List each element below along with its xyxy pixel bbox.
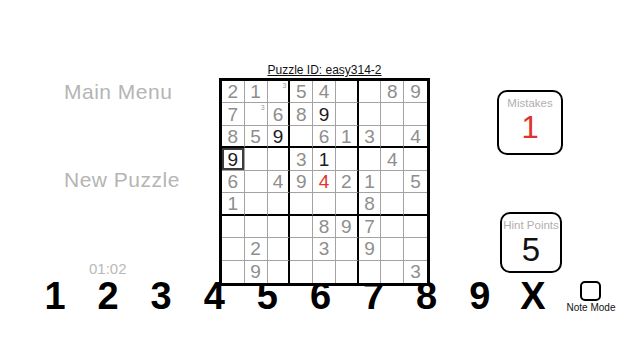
sudoku-cell-r1c4[interactable]: 5 xyxy=(290,81,313,103)
cell-digit: 9 xyxy=(250,262,261,281)
note-mode-label: Note Mode xyxy=(563,302,619,313)
cell-digit: 8 xyxy=(319,217,330,236)
cell-digit: 3 xyxy=(319,239,330,258)
erase-key[interactable]: X xyxy=(508,278,558,314)
sudoku-cell-r1c3[interactable]: 3 xyxy=(268,81,291,103)
sudoku-cell-r6c2[interactable] xyxy=(245,193,268,215)
sudoku-cell-r4c1[interactable]: 9 xyxy=(222,148,245,170)
sudoku-cell-r8c1[interactable] xyxy=(222,238,245,260)
sudoku-cell-r3c9[interactable]: 4 xyxy=(404,126,427,148)
sudoku-cell-r8c3[interactable] xyxy=(268,238,291,260)
cell-digit: 8 xyxy=(387,82,398,101)
sudoku-cell-r4c8[interactable]: 4 xyxy=(381,148,404,170)
sudoku-cell-r5c7[interactable]: 1 xyxy=(359,171,382,193)
sudoku-cell-r5c5[interactable]: 4 xyxy=(313,171,336,193)
sudoku-cell-r1c2[interactable]: 1 xyxy=(245,81,268,103)
sudoku-cell-r5c8[interactable] xyxy=(381,171,404,193)
sudoku-cell-r9c7[interactable] xyxy=(359,261,382,283)
cell-digit: 7 xyxy=(364,217,375,236)
sudoku-cell-r3c4[interactable] xyxy=(290,126,313,148)
sudoku-cell-r2c9[interactable] xyxy=(404,103,427,125)
sudoku-cell-r1c1[interactable]: 2 xyxy=(222,81,245,103)
sudoku-cell-r6c4[interactable] xyxy=(290,193,313,215)
cell-digit: 3 xyxy=(364,127,375,146)
cell-digit: 4 xyxy=(319,82,330,101)
sudoku-cell-r5c6[interactable]: 2 xyxy=(336,171,359,193)
cell-digit: 5 xyxy=(410,172,421,191)
digit-key-9[interactable]: 9 xyxy=(455,278,505,314)
sudoku-cell-r9c8[interactable] xyxy=(381,261,404,283)
sudoku-cell-r7c3[interactable] xyxy=(268,216,291,238)
sudoku-cell-r3c3[interactable]: 9 xyxy=(268,126,291,148)
sudoku-cell-r3c2[interactable]: 5 xyxy=(245,126,268,148)
cell-digit: 9 xyxy=(341,217,352,236)
cell-digit: 8 xyxy=(228,127,239,146)
sudoku-grid: 2135489736898596134931464942151889723993 xyxy=(219,78,430,286)
sudoku-cell-r1c7[interactable] xyxy=(359,81,382,103)
puzzle-id-label: Puzzle ID: easy314-2 xyxy=(219,63,430,77)
sudoku-cell-r8c5[interactable]: 3 xyxy=(313,238,336,260)
cell-digit: 7 xyxy=(228,105,239,124)
sudoku-cell-r5c4[interactable]: 9 xyxy=(290,171,313,193)
sudoku-cell-r7c4[interactable] xyxy=(290,216,313,238)
sudoku-cell-r4c4[interactable]: 3 xyxy=(290,148,313,170)
cell-digit: 2 xyxy=(228,82,239,101)
sudoku-cell-r3c7[interactable]: 3 xyxy=(359,126,382,148)
cell-digit: 6 xyxy=(319,127,330,146)
sudoku-cell-r2c6[interactable] xyxy=(336,103,359,125)
cell-digit: 3 xyxy=(410,262,421,281)
digit-key-3[interactable]: 3 xyxy=(136,278,186,314)
sudoku-cell-r9c2[interactable]: 9 xyxy=(245,261,268,283)
cell-digit: 6 xyxy=(273,105,284,124)
sudoku-cell-r7c8[interactable] xyxy=(381,216,404,238)
cell-digit: 1 xyxy=(341,127,352,146)
sudoku-cell-r6c8[interactable] xyxy=(381,193,404,215)
sudoku-cell-r9c6[interactable] xyxy=(336,261,359,283)
sudoku-cell-r3c6[interactable]: 1 xyxy=(336,126,359,148)
sudoku-cell-r9c1[interactable] xyxy=(222,261,245,283)
sudoku-cell-r1c5[interactable]: 4 xyxy=(313,81,336,103)
sudoku-cell-r2c4[interactable]: 8 xyxy=(290,103,313,125)
mistakes-label: Mistakes xyxy=(499,97,561,109)
hint-points-button[interactable]: Hint Points 5 xyxy=(500,212,562,273)
sudoku-cell-r5c3[interactable]: 4 xyxy=(268,171,291,193)
sudoku-cell-r6c9[interactable] xyxy=(404,193,427,215)
new-puzzle-button[interactable]: New Puzzle xyxy=(64,168,180,192)
sudoku-cell-r9c3[interactable] xyxy=(268,261,291,283)
hint-points-value: 5 xyxy=(502,231,560,269)
cell-digit: 8 xyxy=(296,105,307,124)
sudoku-cell-r5c1[interactable]: 6 xyxy=(222,171,245,193)
sudoku-cell-r8c2[interactable]: 2 xyxy=(245,238,268,260)
sudoku-cell-r4c3[interactable] xyxy=(268,148,291,170)
digit-key-2[interactable]: 2 xyxy=(83,278,133,314)
sudoku-cell-r4c5[interactable]: 1 xyxy=(313,148,336,170)
mistakes-value: 1 xyxy=(499,110,561,146)
sudoku-cell-r9c4[interactable] xyxy=(290,261,313,283)
cell-digit: 9 xyxy=(319,105,330,124)
sudoku-cell-r6c1[interactable]: 1 xyxy=(222,193,245,215)
cell-digit: 1 xyxy=(250,82,261,101)
sudoku-cell-r9c5[interactable] xyxy=(313,261,336,283)
sudoku-app: Main Menu New Puzzle 01:02 Puzzle ID: ea… xyxy=(0,0,643,362)
sudoku-cell-r2c5[interactable]: 9 xyxy=(313,103,336,125)
sudoku-cell-r4c6[interactable] xyxy=(336,148,359,170)
cell-digit: 1 xyxy=(364,172,375,191)
hint-points-label: Hint Points xyxy=(502,219,560,231)
cell-digit: 4 xyxy=(319,172,330,191)
cell-digit: 5 xyxy=(296,82,307,101)
cell-digit: 9 xyxy=(296,172,307,191)
sudoku-cell-r7c1[interactable] xyxy=(222,216,245,238)
sudoku-cell-r6c5[interactable] xyxy=(313,193,336,215)
sudoku-cell-r5c9[interactable]: 5 xyxy=(404,171,427,193)
sudoku-cell-r1c6[interactable] xyxy=(336,81,359,103)
main-menu-button[interactable]: Main Menu xyxy=(64,80,172,104)
sudoku-cell-r8c6[interactable] xyxy=(336,238,359,260)
cell-digit: 6 xyxy=(228,172,239,191)
sudoku-cell-r2c2[interactable]: 3 xyxy=(245,103,268,125)
cell-digit: 2 xyxy=(341,172,352,191)
sudoku-cell-r7c7[interactable]: 7 xyxy=(359,216,382,238)
sudoku-cell-r4c9[interactable] xyxy=(404,148,427,170)
sudoku-cell-r7c9[interactable] xyxy=(404,216,427,238)
cell-digit: 4 xyxy=(273,172,284,191)
sudoku-cell-r9c9[interactable]: 3 xyxy=(404,261,427,283)
sudoku-cell-r8c4[interactable] xyxy=(290,238,313,260)
sudoku-cell-r3c5[interactable]: 6 xyxy=(313,126,336,148)
sudoku-cell-r4c7[interactable] xyxy=(359,148,382,170)
cell-digit: 4 xyxy=(410,127,421,146)
sudoku-cell-r7c5[interactable]: 8 xyxy=(313,216,336,238)
sudoku-cell-r7c6[interactable]: 9 xyxy=(336,216,359,238)
cell-digit: 5 xyxy=(250,127,261,146)
digit-key-1[interactable]: 1 xyxy=(30,278,80,314)
sudoku-cell-r6c7[interactable]: 8 xyxy=(359,193,382,215)
cell-digit: 8 xyxy=(364,194,375,213)
sudoku-cell-r6c3[interactable] xyxy=(268,193,291,215)
sudoku-cell-r2c1[interactable]: 7 xyxy=(222,103,245,125)
cell-digit: 1 xyxy=(319,150,330,169)
cell-digit: 9 xyxy=(364,239,375,258)
sudoku-cell-r3c8[interactable] xyxy=(381,126,404,148)
sudoku-cell-r2c3[interactable]: 6 xyxy=(268,103,291,125)
sudoku-cell-r5c2[interactable] xyxy=(245,171,268,193)
cell-digit: 1 xyxy=(228,194,239,213)
sudoku-cell-r6c6[interactable] xyxy=(336,193,359,215)
cell-digit: 2 xyxy=(250,239,261,258)
sudoku-cell-r7c2[interactable] xyxy=(245,216,268,238)
sudoku-cell-r1c9[interactable]: 9 xyxy=(404,81,427,103)
cell-digit: 4 xyxy=(387,150,398,169)
cell-digit: 9 xyxy=(228,150,239,169)
sudoku-cell-r3c1[interactable]: 8 xyxy=(222,126,245,148)
cell-digit: 9 xyxy=(273,127,284,146)
note-mode-checkbox[interactable] xyxy=(580,281,601,301)
sudoku-cell-r1c8[interactable]: 8 xyxy=(381,81,404,103)
cell-digit: 3 xyxy=(296,150,307,169)
sudoku-cell-r8c9[interactable] xyxy=(404,238,427,260)
sudoku-cell-r8c7[interactable]: 9 xyxy=(359,238,382,260)
cell-digit: 9 xyxy=(410,82,421,101)
sudoku-cell-r2c8[interactable] xyxy=(381,103,404,125)
mistakes-box: Mistakes 1 xyxy=(497,90,563,155)
cell-note-digit: 3 xyxy=(261,104,265,111)
sudoku-cell-r8c8[interactable] xyxy=(381,238,404,260)
cell-note-digit: 3 xyxy=(282,82,286,89)
sudoku-cell-r4c2[interactable] xyxy=(245,148,268,170)
sudoku-cell-r2c7[interactable] xyxy=(359,103,382,125)
